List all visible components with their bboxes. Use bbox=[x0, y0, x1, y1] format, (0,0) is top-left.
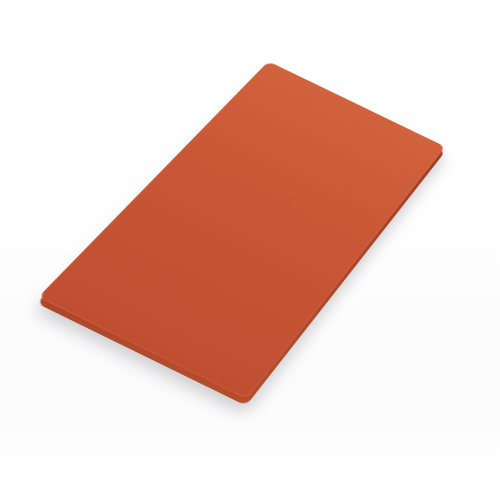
product-photo-silicone-mold bbox=[0, 0, 500, 500]
